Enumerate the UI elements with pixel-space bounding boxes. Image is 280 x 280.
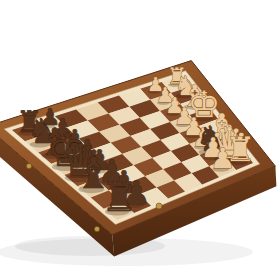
chess-board: ♜♟♞♟♝♟♚♟♟♜♟♟♝♞♟♟♞♞♝♟♛♟♜♚♟♟♛♟♝♟♟♜: [0, 0, 280, 280]
hinge-icon: [94, 226, 99, 231]
piece-a2-white-pawn: ♟: [210, 142, 235, 175]
latch-icon: [156, 203, 162, 209]
piece-a8-black-rook: ♜: [101, 173, 137, 221]
hinge-icon: [26, 163, 31, 168]
chess-set-photo: ♜♟♞♟♝♟♚♟♟♜♟♟♝♞♟♟♞♞♝♟♛♟♜♚♟♟♛♟♝♟♟♜: [0, 0, 280, 280]
